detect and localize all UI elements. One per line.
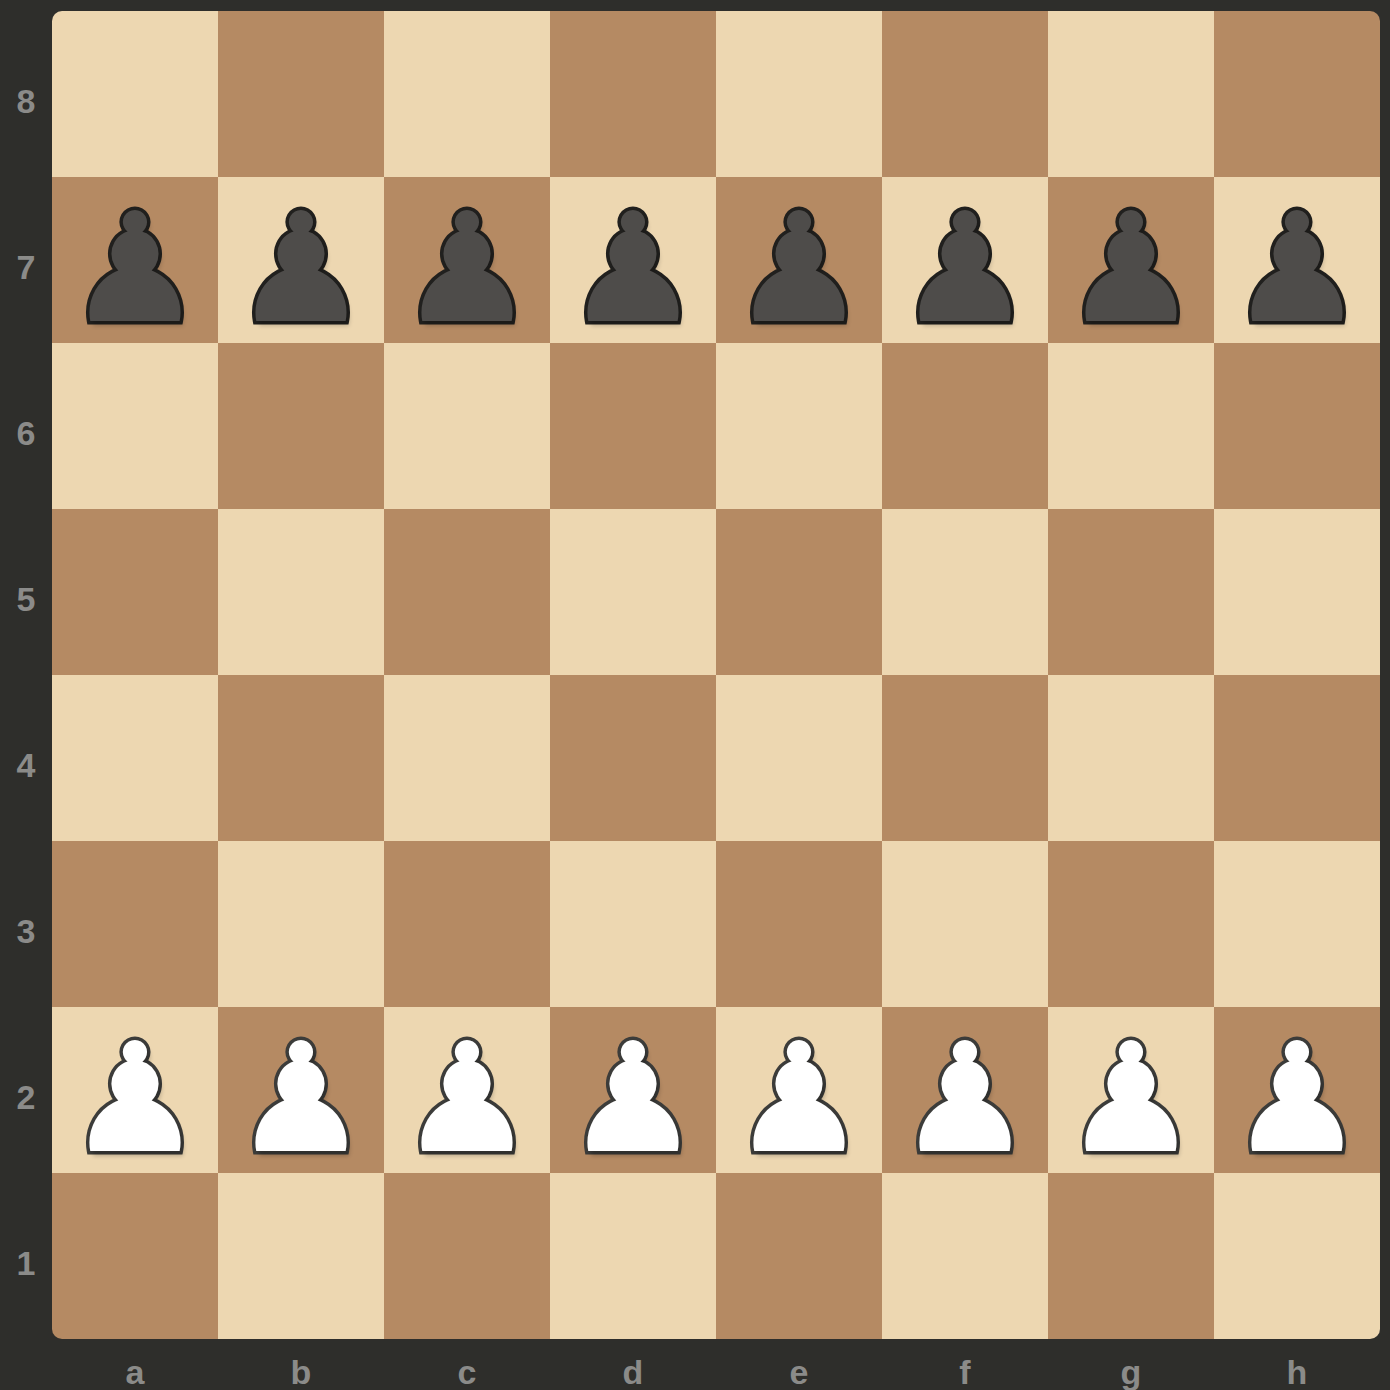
square-b3[interactable] xyxy=(218,841,384,1007)
square-d2[interactable]: ♟ xyxy=(550,1007,716,1173)
square-c6[interactable] xyxy=(384,343,550,509)
square-a5[interactable] xyxy=(52,509,218,675)
square-e2[interactable]: ♟ xyxy=(716,1007,882,1173)
square-d4[interactable] xyxy=(550,675,716,841)
square-g4[interactable] xyxy=(1048,675,1214,841)
rank-label-2: 2 xyxy=(0,1014,52,1180)
piece-white-pawn[interactable]: ♟ xyxy=(233,1023,369,1175)
square-b6[interactable] xyxy=(218,343,384,509)
rank-labels: 87654321 xyxy=(0,11,52,1339)
file-label-c: c xyxy=(384,1347,550,1390)
piece-white-pawn[interactable]: ♟ xyxy=(565,1023,701,1175)
square-g7[interactable]: ♟ xyxy=(1048,177,1214,343)
square-h7[interactable]: ♟ xyxy=(1214,177,1380,343)
rank-label-3: 3 xyxy=(0,848,52,1014)
file-label-h: h xyxy=(1214,1347,1380,1390)
file-label-b: b xyxy=(218,1347,384,1390)
piece-white-pawn[interactable]: ♟ xyxy=(1063,1023,1199,1175)
square-b1[interactable] xyxy=(218,1173,384,1339)
piece-black-pawn[interactable]: ♟ xyxy=(1063,193,1199,345)
square-f1[interactable] xyxy=(882,1173,1048,1339)
file-label-g: g xyxy=(1048,1347,1214,1390)
square-d5[interactable] xyxy=(550,509,716,675)
square-e1[interactable] xyxy=(716,1173,882,1339)
square-f4[interactable] xyxy=(882,675,1048,841)
piece-black-pawn[interactable]: ♟ xyxy=(399,193,535,345)
square-a2[interactable]: ♟ xyxy=(52,1007,218,1173)
square-g6[interactable] xyxy=(1048,343,1214,509)
square-e4[interactable] xyxy=(716,675,882,841)
piece-black-pawn[interactable]: ♟ xyxy=(67,193,203,345)
file-label-d: d xyxy=(550,1347,716,1390)
piece-black-pawn[interactable]: ♟ xyxy=(565,193,701,345)
square-h2[interactable]: ♟ xyxy=(1214,1007,1380,1173)
square-g1[interactable] xyxy=(1048,1173,1214,1339)
file-label-a: a xyxy=(52,1347,218,1390)
square-d6[interactable] xyxy=(550,343,716,509)
square-f5[interactable] xyxy=(882,509,1048,675)
square-b4[interactable] xyxy=(218,675,384,841)
piece-white-pawn[interactable]: ♟ xyxy=(67,1023,203,1175)
square-g8[interactable] xyxy=(1048,11,1214,177)
square-c5[interactable] xyxy=(384,509,550,675)
square-g3[interactable] xyxy=(1048,841,1214,1007)
rank-label-6: 6 xyxy=(0,350,52,516)
file-label-f: f xyxy=(882,1347,1048,1390)
piece-black-pawn[interactable]: ♟ xyxy=(731,193,867,345)
square-e7[interactable]: ♟ xyxy=(716,177,882,343)
piece-black-pawn[interactable]: ♟ xyxy=(897,193,1033,345)
square-a3[interactable] xyxy=(52,841,218,1007)
rank-label-7: 7 xyxy=(0,184,52,350)
square-d1[interactable] xyxy=(550,1173,716,1339)
square-b8[interactable] xyxy=(218,11,384,177)
square-c4[interactable] xyxy=(384,675,550,841)
square-h8[interactable] xyxy=(1214,11,1380,177)
square-d7[interactable]: ♟ xyxy=(550,177,716,343)
square-b7[interactable]: ♟ xyxy=(218,177,384,343)
file-label-e: e xyxy=(716,1347,882,1390)
rank-label-1: 1 xyxy=(0,1180,52,1346)
piece-white-pawn[interactable]: ♟ xyxy=(731,1023,867,1175)
square-f7[interactable]: ♟ xyxy=(882,177,1048,343)
square-h6[interactable] xyxy=(1214,343,1380,509)
square-f6[interactable] xyxy=(882,343,1048,509)
rank-label-5: 5 xyxy=(0,516,52,682)
chess-board: ♟♟♟♟♟♟♟♟♟♟♟♟♟♟♟♟ xyxy=(52,11,1380,1339)
square-a8[interactable] xyxy=(52,11,218,177)
square-b5[interactable] xyxy=(218,509,384,675)
piece-black-pawn[interactable]: ♟ xyxy=(233,193,369,345)
square-d3[interactable] xyxy=(550,841,716,1007)
square-a4[interactable] xyxy=(52,675,218,841)
square-h3[interactable] xyxy=(1214,841,1380,1007)
piece-black-pawn[interactable]: ♟ xyxy=(1229,193,1365,345)
square-e3[interactable] xyxy=(716,841,882,1007)
square-h5[interactable] xyxy=(1214,509,1380,675)
square-e6[interactable] xyxy=(716,343,882,509)
square-b2[interactable]: ♟ xyxy=(218,1007,384,1173)
square-f3[interactable] xyxy=(882,841,1048,1007)
square-f8[interactable] xyxy=(882,11,1048,177)
square-a1[interactable] xyxy=(52,1173,218,1339)
piece-white-pawn[interactable]: ♟ xyxy=(897,1023,1033,1175)
square-f2[interactable]: ♟ xyxy=(882,1007,1048,1173)
file-labels: abcdefgh xyxy=(52,1339,1380,1390)
square-h4[interactable] xyxy=(1214,675,1380,841)
square-g5[interactable] xyxy=(1048,509,1214,675)
rank-label-4: 4 xyxy=(0,682,52,848)
rank-label-8: 8 xyxy=(0,18,52,184)
square-h1[interactable] xyxy=(1214,1173,1380,1339)
square-c1[interactable] xyxy=(384,1173,550,1339)
square-g2[interactable]: ♟ xyxy=(1048,1007,1214,1173)
piece-white-pawn[interactable]: ♟ xyxy=(399,1023,535,1175)
square-a7[interactable]: ♟ xyxy=(52,177,218,343)
square-e8[interactable] xyxy=(716,11,882,177)
square-d8[interactable] xyxy=(550,11,716,177)
square-c3[interactable] xyxy=(384,841,550,1007)
square-a6[interactable] xyxy=(52,343,218,509)
chess-app: 87654321 ♟♟♟♟♟♟♟♟♟♟♟♟♟♟♟♟ abcdefgh xyxy=(0,0,1390,1390)
square-c8[interactable] xyxy=(384,11,550,177)
piece-white-pawn[interactable]: ♟ xyxy=(1229,1023,1365,1175)
square-e5[interactable] xyxy=(716,509,882,675)
square-c2[interactable]: ♟ xyxy=(384,1007,550,1173)
square-c7[interactable]: ♟ xyxy=(384,177,550,343)
